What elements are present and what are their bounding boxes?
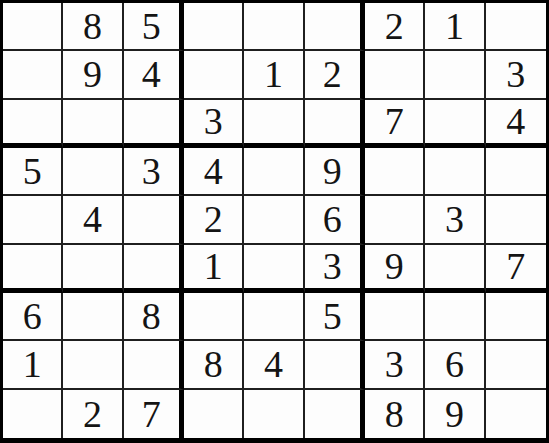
cell-r6c6-given-3[interactable]: 3	[305, 245, 365, 293]
cell-r9c6-empty[interactable]	[305, 390, 365, 438]
cell-r6c4-given-1[interactable]: 1	[184, 245, 244, 293]
cell-r8c1-given-1[interactable]: 1	[3, 341, 63, 389]
cell-r1c2-given-8[interactable]: 8	[63, 3, 123, 51]
cell-r3c4-given-3[interactable]: 3	[184, 100, 244, 148]
cell-r7c3-given-8[interactable]: 8	[124, 293, 184, 341]
sudoku-board: 852194123374534942631397685184362789	[0, 0, 549, 443]
cell-r6c1-empty[interactable]	[3, 245, 63, 293]
cell-r3c1-empty[interactable]	[3, 100, 63, 148]
cell-r2c9-given-3[interactable]: 3	[486, 51, 546, 99]
cell-r5c5-empty[interactable]	[244, 196, 304, 244]
cell-r8c2-empty[interactable]	[63, 341, 123, 389]
cell-r8c6-empty[interactable]	[305, 341, 365, 389]
cell-r3c2-empty[interactable]	[63, 100, 123, 148]
cell-r4c3-given-3[interactable]: 3	[124, 148, 184, 196]
cell-r8c7-given-3[interactable]: 3	[365, 341, 425, 389]
cell-r1c1-empty[interactable]	[3, 3, 63, 51]
cell-r9c2-given-2[interactable]: 2	[63, 390, 123, 438]
cell-r7c4-empty[interactable]	[184, 293, 244, 341]
cell-r1c8-given-1[interactable]: 1	[425, 3, 485, 51]
cell-r7c9-empty[interactable]	[486, 293, 546, 341]
cell-r2c3-given-4[interactable]: 4	[124, 51, 184, 99]
cell-r1c4-empty[interactable]	[184, 3, 244, 51]
cell-r5c8-given-3[interactable]: 3	[425, 196, 485, 244]
cell-r3c5-empty[interactable]	[244, 100, 304, 148]
cell-r4c1-given-5[interactable]: 5	[3, 148, 63, 196]
cell-r4c7-empty[interactable]	[365, 148, 425, 196]
cell-r9c3-given-7[interactable]: 7	[124, 390, 184, 438]
cell-r6c9-given-7[interactable]: 7	[486, 245, 546, 293]
cell-r6c5-empty[interactable]	[244, 245, 304, 293]
cell-r9c5-empty[interactable]	[244, 390, 304, 438]
cell-r3c9-given-4[interactable]: 4	[486, 100, 546, 148]
cell-r5c4-given-2[interactable]: 2	[184, 196, 244, 244]
cell-r7c5-empty[interactable]	[244, 293, 304, 341]
cell-r8c9-empty[interactable]	[486, 341, 546, 389]
cell-r5c2-given-4[interactable]: 4	[63, 196, 123, 244]
cell-r7c8-empty[interactable]	[425, 293, 485, 341]
cell-r3c6-empty[interactable]	[305, 100, 365, 148]
cell-r1c6-empty[interactable]	[305, 3, 365, 51]
cell-r2c5-given-1[interactable]: 1	[244, 51, 304, 99]
cell-r4c8-empty[interactable]	[425, 148, 485, 196]
cell-r3c8-empty[interactable]	[425, 100, 485, 148]
cell-r9c8-given-9[interactable]: 9	[425, 390, 485, 438]
cell-r7c1-given-6[interactable]: 6	[3, 293, 63, 341]
cell-r4c4-given-4[interactable]: 4	[184, 148, 244, 196]
cell-r5c1-empty[interactable]	[3, 196, 63, 244]
cell-r5c7-empty[interactable]	[365, 196, 425, 244]
sudoku-puzzle: 852194123374534942631397685184362789	[0, 0, 549, 443]
cell-r2c6-given-2[interactable]: 2	[305, 51, 365, 99]
cell-r8c8-given-6[interactable]: 6	[425, 341, 485, 389]
cell-r9c9-empty[interactable]	[486, 390, 546, 438]
cell-r7c6-given-5[interactable]: 5	[305, 293, 365, 341]
cell-r4c5-empty[interactable]	[244, 148, 304, 196]
cell-r2c4-empty[interactable]	[184, 51, 244, 99]
cell-r8c5-given-4[interactable]: 4	[244, 341, 304, 389]
cell-r1c5-empty[interactable]	[244, 3, 304, 51]
cell-r3c3-empty[interactable]	[124, 100, 184, 148]
cell-r5c6-given-6[interactable]: 6	[305, 196, 365, 244]
cell-r5c9-empty[interactable]	[486, 196, 546, 244]
cell-r1c7-given-2[interactable]: 2	[365, 3, 425, 51]
cell-r9c1-empty[interactable]	[3, 390, 63, 438]
cell-r6c8-empty[interactable]	[425, 245, 485, 293]
cell-r8c4-given-8[interactable]: 8	[184, 341, 244, 389]
cell-r6c2-empty[interactable]	[63, 245, 123, 293]
cell-r7c7-empty[interactable]	[365, 293, 425, 341]
cell-r2c7-empty[interactable]	[365, 51, 425, 99]
cell-r4c2-empty[interactable]	[63, 148, 123, 196]
cell-r5c3-empty[interactable]	[124, 196, 184, 244]
cell-r2c8-empty[interactable]	[425, 51, 485, 99]
cell-r9c7-given-8[interactable]: 8	[365, 390, 425, 438]
cell-r9c4-empty[interactable]	[184, 390, 244, 438]
cell-r6c7-given-9[interactable]: 9	[365, 245, 425, 293]
cell-r2c2-given-9[interactable]: 9	[63, 51, 123, 99]
cell-r7c2-empty[interactable]	[63, 293, 123, 341]
cell-r8c3-empty[interactable]	[124, 341, 184, 389]
cell-r4c9-empty[interactable]	[486, 148, 546, 196]
cell-r1c3-given-5[interactable]: 5	[124, 3, 184, 51]
cell-r1c9-empty[interactable]	[486, 3, 546, 51]
cell-r3c7-given-7[interactable]: 7	[365, 100, 425, 148]
cell-r6c3-empty[interactable]	[124, 245, 184, 293]
cell-r2c1-empty[interactable]	[3, 51, 63, 99]
cell-r4c6-given-9[interactable]: 9	[305, 148, 365, 196]
